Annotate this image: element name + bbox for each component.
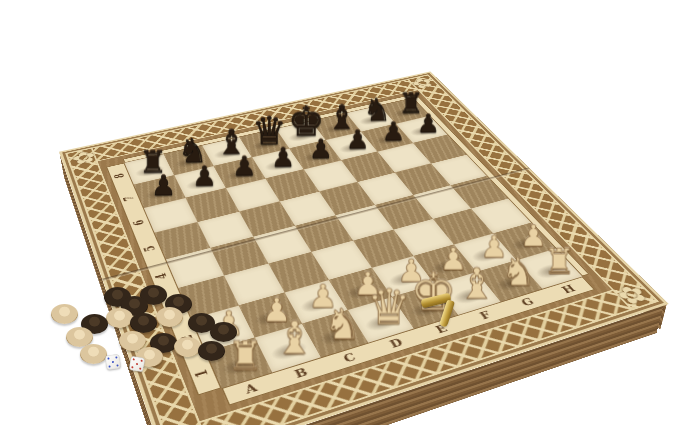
chess-board-case: ✿ ✿ ✿ ✿ ABCDEFGH 87654321 ♜♞♝♛♚♝♞♜♟♟♟♟♟♟… xyxy=(59,71,669,425)
backgammon-checker-light xyxy=(80,344,107,364)
backgammon-checker-light xyxy=(106,308,133,328)
die-red-pips xyxy=(129,356,145,372)
die-blue-pips xyxy=(105,354,121,370)
piece-white-rook[interactable]: ♜ xyxy=(544,244,576,279)
backgammon-checker-dark xyxy=(210,322,237,342)
piece-white-rook[interactable]: ♜ xyxy=(227,336,263,376)
piece-black-pawn[interactable]: ♟ xyxy=(192,163,217,191)
piece-black-pawn[interactable]: ♟ xyxy=(346,127,369,153)
backgammon-checker-dark xyxy=(198,341,225,361)
piece-black-pawn[interactable]: ♟ xyxy=(271,145,295,172)
piece-black-pawn[interactable]: ♟ xyxy=(382,119,405,145)
backgammon-checker-light xyxy=(156,307,183,327)
piece-black-pawn[interactable]: ♟ xyxy=(232,153,256,180)
piece-white-queen[interactable]: ♛ xyxy=(367,283,411,332)
square-c4[interactable] xyxy=(253,226,311,264)
chess-set-scene: ✿ ✿ ✿ ✿ ABCDEFGH 87654321 ♜♞♝♛♚♝♞♜♟♟♟♟♟♟… xyxy=(104,0,568,425)
die-pip xyxy=(116,364,119,367)
piece-white-knight[interactable]: ♞ xyxy=(324,304,362,346)
die-pip xyxy=(139,367,142,370)
piece-white-knight[interactable]: ♞ xyxy=(501,253,536,292)
backgammon-checker-light xyxy=(51,304,78,324)
backgammon-checker-dark xyxy=(130,313,157,333)
backgammon-checker-light xyxy=(174,337,201,357)
piece-black-pawn[interactable]: ♟ xyxy=(417,111,440,137)
piece-black-pawn[interactable]: ♟ xyxy=(151,172,176,200)
piece-white-bishop[interactable]: ♝ xyxy=(275,316,315,361)
piece-white-bishop[interactable]: ♝ xyxy=(458,263,496,305)
piece-black-pawn[interactable]: ♟ xyxy=(309,136,333,163)
